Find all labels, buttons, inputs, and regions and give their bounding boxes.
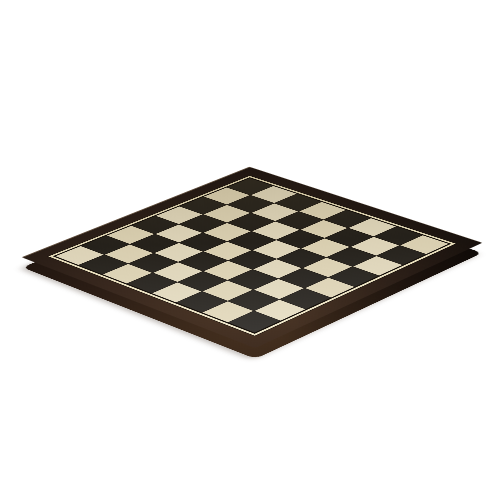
product-photo-stage xyxy=(0,0,500,500)
board-inner-gap xyxy=(53,177,452,334)
board-squares-grid xyxy=(56,178,449,332)
board-inlay-line xyxy=(48,176,455,336)
chess-board xyxy=(22,167,483,348)
